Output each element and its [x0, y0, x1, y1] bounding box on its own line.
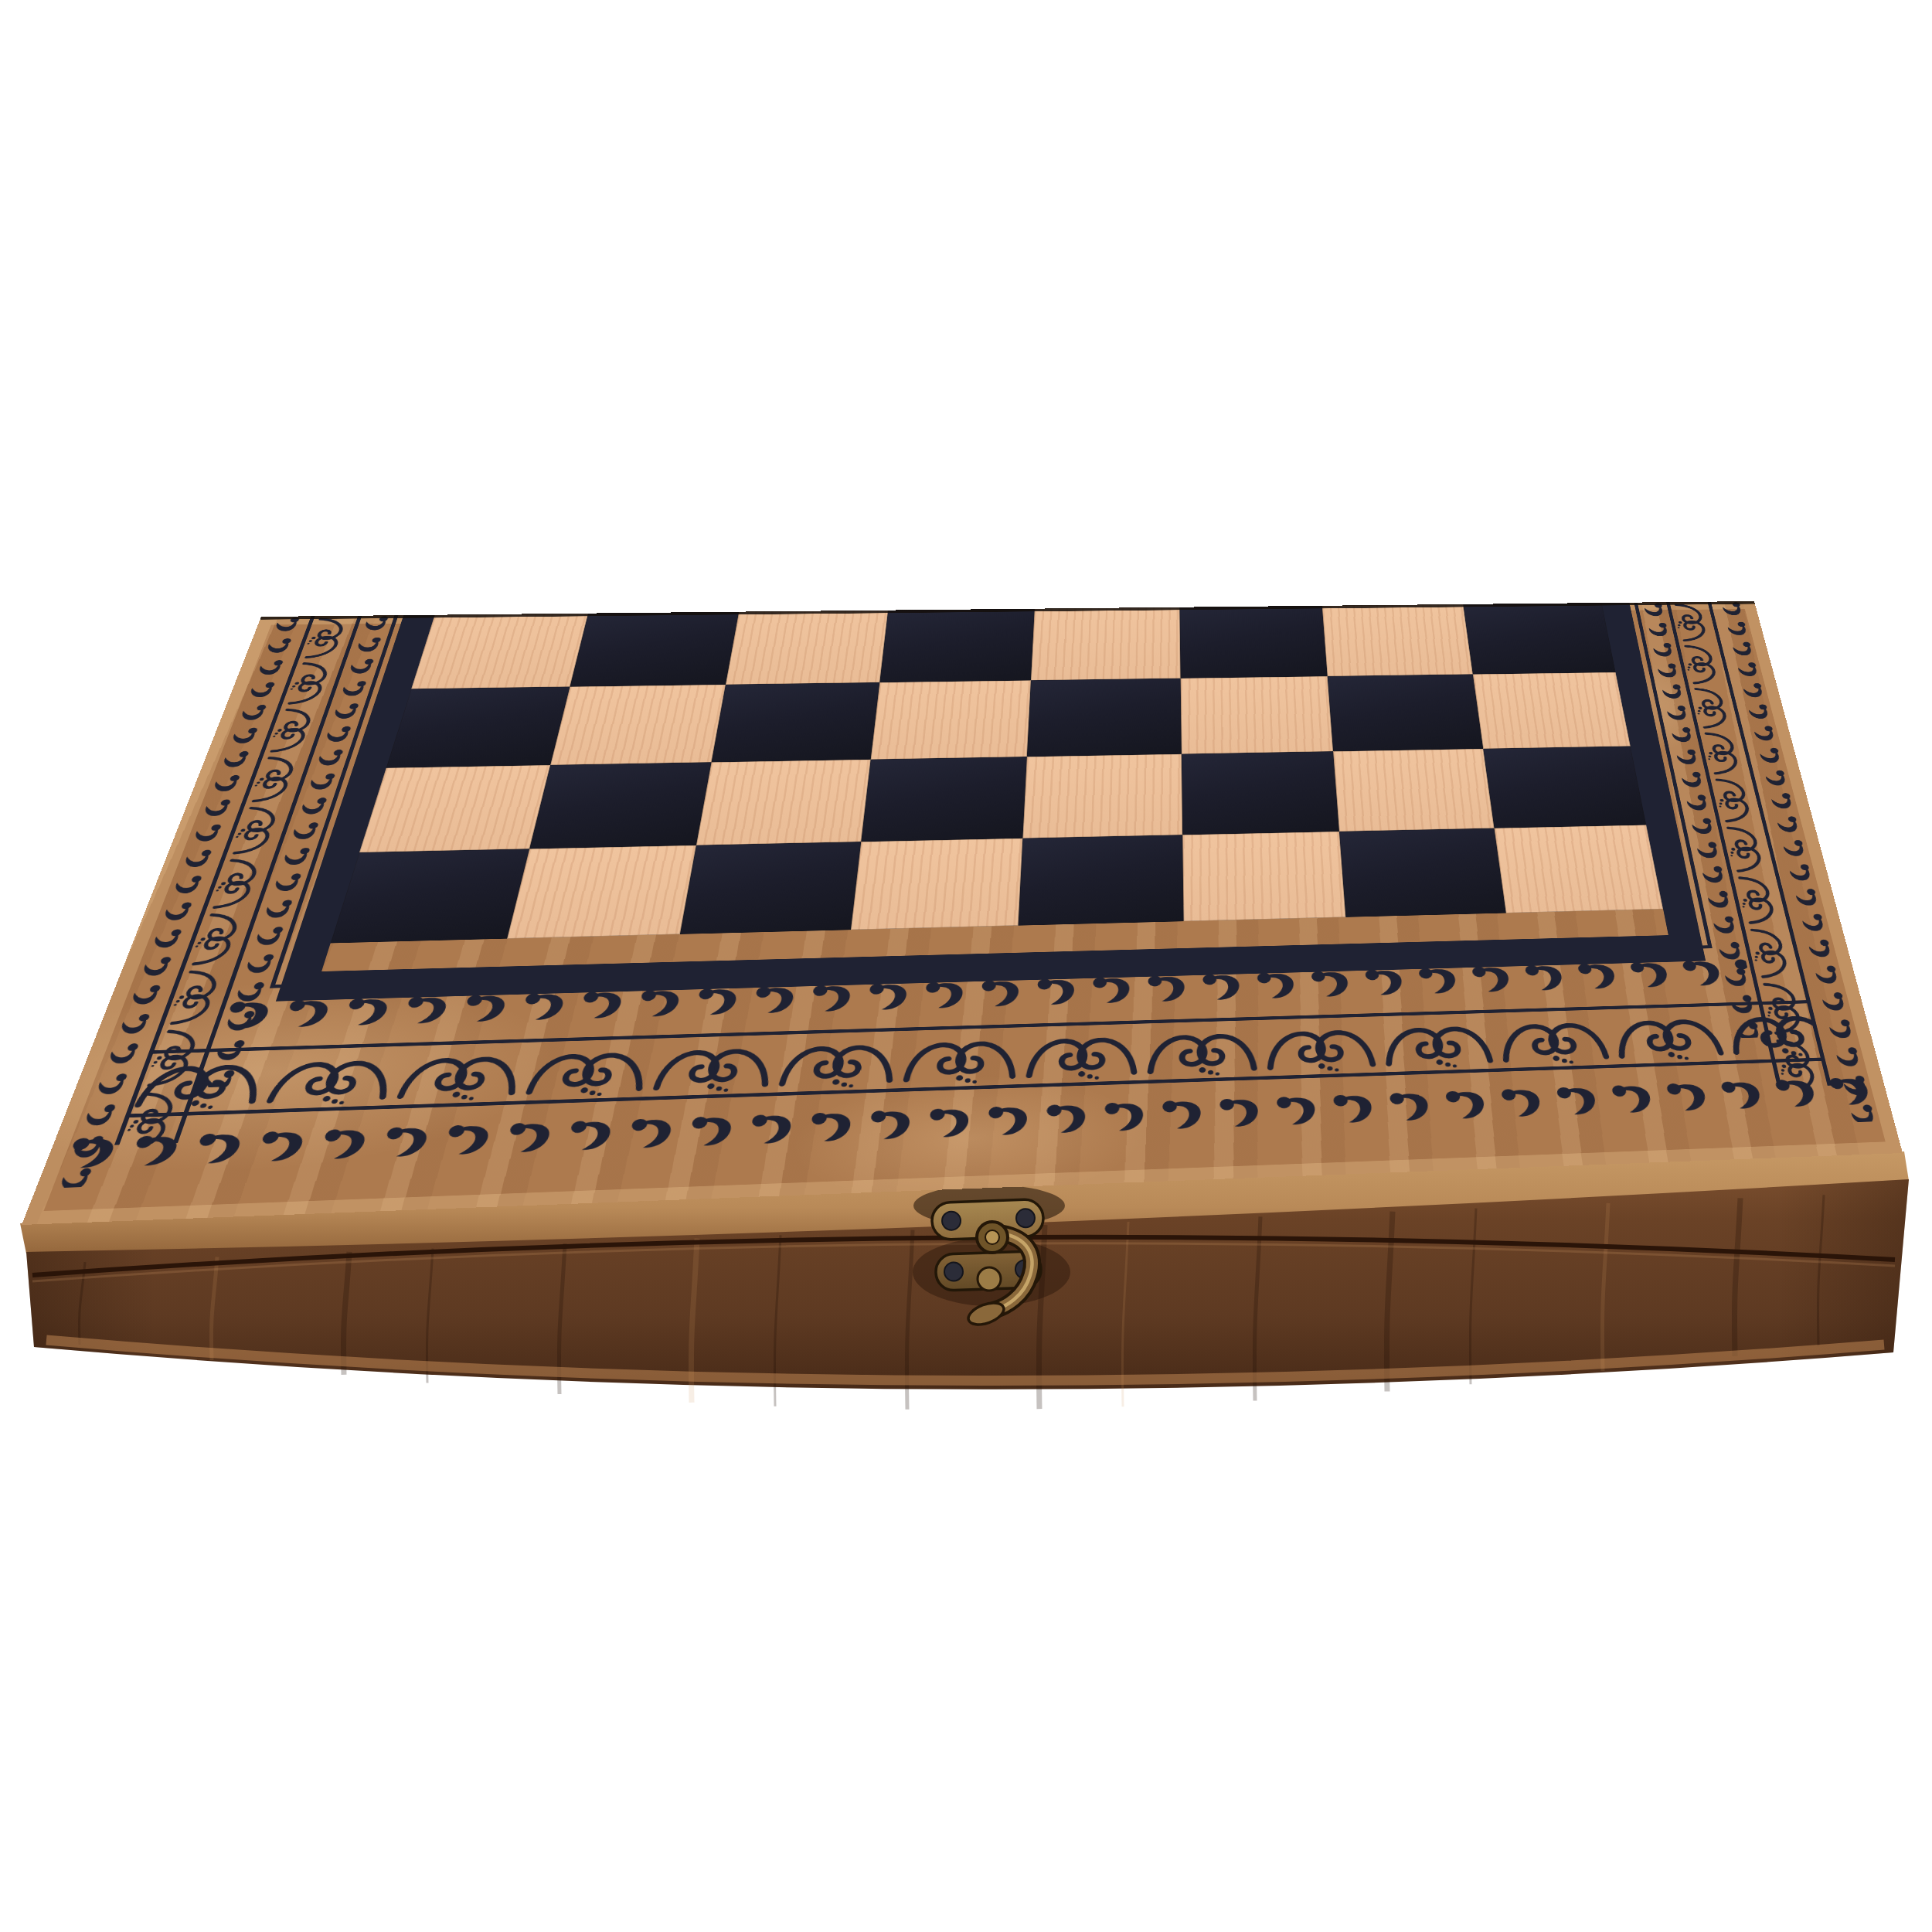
- board-cell: [1483, 747, 1646, 828]
- board-cell: [359, 765, 550, 852]
- board-cell: [1322, 604, 1473, 676]
- board-cell: [1019, 835, 1184, 925]
- board-cell: [696, 760, 870, 845]
- board-cell: [529, 762, 712, 849]
- board-cell: [331, 849, 529, 943]
- product-photo-chess-box: [0, 0, 1932, 1932]
- board-cell: [879, 609, 1035, 682]
- latch-knob: [978, 1267, 1001, 1291]
- lid-top: [22, 601, 1903, 1225]
- latch-rivet: [944, 1262, 964, 1281]
- latch-rivet: [1016, 1209, 1036, 1228]
- board-cell: [1333, 749, 1494, 832]
- board-cell: [386, 687, 570, 768]
- board-cell: [1027, 679, 1182, 757]
- board-cell: [870, 680, 1031, 759]
- board-cell: [712, 682, 879, 762]
- board-cell: [861, 757, 1027, 842]
- board-cell: [1494, 825, 1663, 913]
- latch-rivet: [942, 1211, 961, 1230]
- board-cell: [1180, 676, 1333, 754]
- board-cell: [1181, 751, 1339, 835]
- board-cell: [1339, 828, 1505, 917]
- board-cell: [1182, 832, 1346, 921]
- board-cell: [1031, 607, 1180, 681]
- board-cell: [726, 611, 888, 685]
- board-cell: [1328, 674, 1483, 751]
- board-cell: [850, 838, 1022, 930]
- board-cell: [550, 685, 726, 765]
- board-cell: [570, 612, 739, 687]
- board-cell: [1472, 672, 1630, 749]
- board-cell: [1022, 754, 1182, 838]
- board-cell: [1463, 603, 1616, 674]
- board-cell: [680, 842, 861, 934]
- board-cell: [1179, 606, 1328, 679]
- board-cell: [507, 845, 696, 939]
- checkerboard: [331, 603, 1663, 943]
- board-cell: [411, 614, 588, 689]
